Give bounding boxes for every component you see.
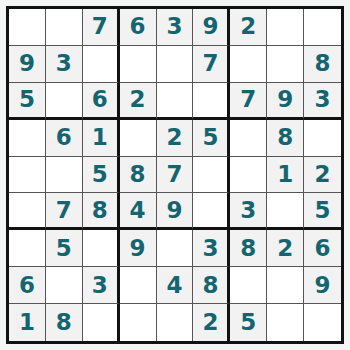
cell-digit: 4 [166, 274, 182, 297]
cell-digit: 6 [19, 274, 35, 297]
sudoku-cell[interactable] [267, 267, 304, 304]
sudoku-cell[interactable]: 1 [83, 120, 120, 157]
cell-digit: 3 [56, 52, 72, 75]
sudoku-cell[interactable]: 8 [120, 157, 157, 194]
sudoku-cell[interactable] [304, 304, 341, 341]
sudoku-cell[interactable] [120, 267, 157, 304]
sudoku-cell[interactable] [267, 9, 304, 46]
sudoku-cell[interactable]: 8 [267, 120, 304, 157]
cell-digit: 3 [315, 88, 331, 111]
sudoku-cell[interactable] [83, 46, 120, 83]
sudoku-cell[interactable]: 5 [193, 120, 230, 157]
sudoku-cell[interactable] [46, 157, 83, 194]
sudoku-cell[interactable]: 7 [46, 193, 83, 230]
sudoku-cell[interactable] [304, 9, 341, 46]
sudoku-cell[interactable]: 4 [120, 193, 157, 230]
cell-digit: 7 [92, 15, 108, 38]
sudoku-board: 7639293785627936125858712784935593826634… [6, 6, 344, 344]
cell-digit: 1 [277, 163, 293, 186]
sudoku-cell[interactable]: 7 [193, 46, 230, 83]
sudoku-cell[interactable]: 9 [267, 83, 304, 120]
cell-digit: 3 [240, 199, 256, 222]
sudoku-cell[interactable]: 9 [157, 193, 194, 230]
sudoku-cell[interactable]: 6 [46, 120, 83, 157]
sudoku-cell[interactable] [83, 304, 120, 341]
sudoku-cell[interactable]: 3 [83, 267, 120, 304]
sudoku-cell[interactable]: 8 [83, 193, 120, 230]
sudoku-cell[interactable] [9, 120, 46, 157]
cell-digit: 3 [92, 274, 108, 297]
sudoku-cell[interactable]: 2 [120, 83, 157, 120]
cell-digit: 9 [130, 237, 146, 260]
cell-digit: 9 [166, 199, 182, 222]
sudoku-cell[interactable] [157, 46, 194, 83]
sudoku-cell[interactable]: 7 [83, 9, 120, 46]
sudoku-cell[interactable]: 9 [193, 9, 230, 46]
sudoku-cell[interactable] [267, 46, 304, 83]
cell-digit: 8 [130, 163, 146, 186]
sudoku-cell[interactable] [120, 120, 157, 157]
cell-digit: 5 [240, 311, 256, 334]
sudoku-cell[interactable]: 3 [46, 46, 83, 83]
sudoku-cell[interactable]: 5 [9, 83, 46, 120]
sudoku-cell[interactable]: 8 [230, 230, 267, 267]
sudoku-cell[interactable]: 6 [83, 83, 120, 120]
sudoku-cell[interactable]: 3 [230, 193, 267, 230]
sudoku-cell[interactable] [230, 46, 267, 83]
sudoku-cell[interactable] [193, 193, 230, 230]
sudoku-cell[interactable]: 4 [157, 267, 194, 304]
cell-digit: 4 [130, 199, 146, 222]
sudoku-cell[interactable]: 5 [46, 230, 83, 267]
cell-digit: 6 [56, 126, 72, 149]
sudoku-cell[interactable]: 5 [230, 304, 267, 341]
sudoku-cell[interactable]: 1 [9, 304, 46, 341]
sudoku-cell[interactable] [46, 83, 83, 120]
sudoku-cell[interactable] [267, 193, 304, 230]
cell-digit: 9 [277, 88, 293, 111]
sudoku-cell[interactable] [157, 304, 194, 341]
cell-digit: 3 [166, 15, 182, 38]
sudoku-cell[interactable]: 2 [193, 304, 230, 341]
cell-digit: 7 [240, 88, 256, 111]
cell-digit: 8 [56, 311, 72, 334]
sudoku-cell[interactable]: 6 [9, 267, 46, 304]
sudoku-cell[interactable] [230, 120, 267, 157]
cell-digit: 6 [315, 237, 331, 260]
cell-digit: 8 [202, 274, 218, 297]
sudoku-cell[interactable]: 8 [193, 267, 230, 304]
cell-digit: 2 [277, 237, 293, 260]
sudoku-cell[interactable] [267, 304, 304, 341]
sudoku-cell[interactable]: 9 [304, 267, 341, 304]
sudoku-cell[interactable]: 8 [304, 46, 341, 83]
sudoku-cell[interactable] [46, 9, 83, 46]
cell-digit: 5 [19, 88, 35, 111]
cell-digit: 5 [92, 163, 108, 186]
cell-digit: 5 [202, 126, 218, 149]
sudoku-cell[interactable] [9, 9, 46, 46]
cell-digit: 2 [166, 126, 182, 149]
sudoku-cell[interactable] [9, 193, 46, 230]
sudoku-cell[interactable]: 5 [83, 157, 120, 194]
cell-digit: 7 [166, 163, 182, 186]
sudoku-cell[interactable] [193, 83, 230, 120]
sudoku-cell[interactable]: 2 [157, 120, 194, 157]
cell-digit: 2 [315, 163, 331, 186]
cell-digit: 2 [130, 88, 146, 111]
sudoku-cell[interactable] [120, 304, 157, 341]
cell-digit: 6 [130, 15, 146, 38]
sudoku-cell[interactable] [157, 230, 194, 267]
cell-digit: 2 [240, 15, 256, 38]
sudoku-cell[interactable]: 3 [304, 83, 341, 120]
sudoku-cell[interactable]: 6 [304, 230, 341, 267]
sudoku-cell[interactable] [46, 267, 83, 304]
sudoku-cell[interactable]: 2 [304, 157, 341, 194]
sudoku-cell[interactable] [230, 157, 267, 194]
sudoku-cell[interactable] [9, 157, 46, 194]
sudoku-cell[interactable]: 3 [157, 9, 194, 46]
sudoku-cell[interactable] [120, 46, 157, 83]
sudoku-cell[interactable]: 2 [230, 9, 267, 46]
cell-digit: 2 [202, 311, 218, 334]
sudoku-cell[interactable] [193, 157, 230, 194]
sudoku-cell[interactable]: 9 [120, 230, 157, 267]
cell-digit: 8 [92, 199, 108, 222]
cell-digit: 3 [202, 237, 218, 260]
cell-digit: 9 [19, 52, 35, 75]
cell-digit: 5 [315, 199, 331, 222]
sudoku-cell[interactable]: 6 [120, 9, 157, 46]
cell-digit: 1 [92, 126, 108, 149]
sudoku-cell[interactable]: 3 [193, 230, 230, 267]
cell-digit: 7 [56, 199, 72, 222]
sudoku-cell[interactable] [9, 230, 46, 267]
sudoku-cell[interactable]: 8 [46, 304, 83, 341]
cell-digit: 8 [277, 126, 293, 149]
cell-digit: 8 [315, 52, 331, 75]
sudoku-cell[interactable] [304, 120, 341, 157]
sudoku-cell[interactable]: 7 [157, 157, 194, 194]
sudoku-cell[interactable] [230, 267, 267, 304]
cell-digit: 8 [240, 237, 256, 260]
cell-digit: 5 [56, 237, 72, 260]
sudoku-cell[interactable]: 9 [9, 46, 46, 83]
cell-digit: 9 [202, 15, 218, 38]
sudoku-cell[interactable]: 7 [230, 83, 267, 120]
sudoku-cell[interactable] [157, 83, 194, 120]
cell-digit: 6 [92, 88, 108, 111]
sudoku-cell[interactable]: 5 [304, 193, 341, 230]
cell-digit: 7 [202, 52, 218, 75]
cell-digit: 9 [315, 274, 331, 297]
sudoku-cell[interactable]: 2 [267, 230, 304, 267]
sudoku-cell[interactable]: 1 [267, 157, 304, 194]
sudoku-cell[interactable] [83, 230, 120, 267]
cell-digit: 1 [19, 311, 35, 334]
